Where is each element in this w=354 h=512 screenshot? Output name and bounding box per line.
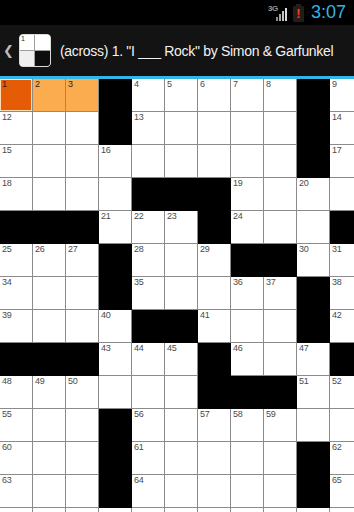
- grid-cell-r4c11[interactable]: [330, 178, 354, 211]
- grid-cell-r14c8[interactable]: [231, 508, 264, 512]
- grid-cell-r1c10-block: [297, 79, 330, 112]
- grid-cell-r2c1[interactable]: 12: [0, 112, 33, 145]
- grid-cell-r5c8[interactable]: 24: [231, 211, 264, 244]
- clue-number: 28: [134, 245, 143, 254]
- grid-cell-r9c1-block: [0, 343, 33, 376]
- grid-cell-r4c3[interactable]: [66, 178, 99, 211]
- clue-number: 13: [134, 113, 143, 122]
- clue-number: 39: [2, 311, 11, 320]
- grid-cell-r3c5[interactable]: [132, 145, 165, 178]
- grid-cell-r3c7[interactable]: [198, 145, 231, 178]
- grid-cell-r14c9[interactable]: [264, 508, 297, 512]
- action-bar: ❮ 1 (across) 1. "I ___ Rock" by Simon & …: [0, 25, 354, 76]
- grid-cell-r8c9[interactable]: [264, 310, 297, 343]
- clue-number: 4: [134, 80, 139, 89]
- grid-cell-r6c10[interactable]: 30: [297, 244, 330, 277]
- grid-cell-r6c6[interactable]: [165, 244, 198, 277]
- clue-number: 50: [68, 377, 77, 386]
- grid-cell-r12c4-block: [99, 442, 132, 475]
- grid-cell-r7c1[interactable]: 34: [0, 277, 33, 310]
- grid-cell-r11c11[interactable]: [330, 409, 354, 442]
- grid-cell-r13c4-block: [99, 475, 132, 508]
- clue-number: 58: [233, 410, 242, 419]
- clue-number: 60: [2, 443, 11, 452]
- grid-cell-r11c3[interactable]: [66, 409, 99, 442]
- status-bar-clock: 3:07: [309, 0, 350, 25]
- clue-number: 30: [299, 245, 308, 254]
- clue-number: 24: [233, 212, 242, 221]
- grid-cell-r4c6-block: [165, 178, 198, 211]
- grid-cell-r5c6[interactable]: 23: [165, 211, 198, 244]
- clue-number: 56: [134, 410, 143, 419]
- grid-cell-r14c7[interactable]: [198, 508, 231, 512]
- grid-cell-r14c10[interactable]: [297, 508, 330, 512]
- clue-number: 16: [101, 146, 110, 155]
- grid-cell-r9c6[interactable]: 45: [165, 343, 198, 376]
- grid-cell-r14c3[interactable]: [66, 508, 99, 512]
- status-bar: 3G ! 3:07: [0, 0, 354, 25]
- battery-alert-glyph: !: [296, 7, 300, 20]
- grid-cell-r13c1[interactable]: 63: [0, 475, 33, 508]
- grid-cell-r3c11[interactable]: 17: [330, 145, 354, 178]
- grid-cell-r14c6[interactable]: [165, 508, 198, 512]
- clue-number: 1: [2, 80, 7, 89]
- grid-cell-r5c11-block: [330, 211, 354, 244]
- back-chevron-icon[interactable]: ❮: [2, 43, 17, 58]
- grid-cell-r5c3-block: [66, 211, 99, 244]
- grid-cell-r14c1[interactable]: [0, 508, 33, 512]
- grid-cell-r1c8[interactable]: 7: [231, 79, 264, 112]
- grid-cell-r6c5[interactable]: 28: [132, 244, 165, 277]
- clue-number: 14: [332, 113, 341, 122]
- grid-cell-r13c9[interactable]: [264, 475, 297, 508]
- clue-number: 47: [299, 344, 308, 353]
- clue-number: 5: [167, 80, 172, 89]
- grid-cell-r12c8[interactable]: [231, 442, 264, 475]
- grid-cell-r4c4[interactable]: [99, 178, 132, 211]
- grid-cell-r2c4-block: [99, 112, 132, 145]
- grid-cell-r5c4[interactable]: 21: [99, 211, 132, 244]
- android-screen: 3G ! 3:07 ❮ 1 (across) 1. "I ___ Rock" b…: [0, 0, 354, 512]
- clue-number: 29: [200, 245, 209, 254]
- grid-cell-r4c10[interactable]: 20: [297, 178, 330, 211]
- grid-cell-r10c10[interactable]: 51: [297, 376, 330, 409]
- clue-number: 40: [101, 311, 110, 320]
- grid-cell-r5c1-block: [0, 211, 33, 244]
- grid-cell-r5c7-block: [198, 211, 231, 244]
- grid-cell-r12c11[interactable]: 62: [330, 442, 354, 475]
- grid-cell-r4c5-block: [132, 178, 165, 211]
- clue-number: 44: [134, 344, 143, 353]
- grid-cell-r7c4-block: [99, 277, 132, 310]
- current-clue-text: (across) 1. "I ___ Rock" by Simon & Garf…: [60, 43, 333, 59]
- grid-cell-r9c9[interactable]: [264, 343, 297, 376]
- clue-number: 36: [233, 278, 242, 287]
- grid-cell-r12c7[interactable]: [198, 442, 231, 475]
- clue-number: 31: [332, 245, 341, 254]
- grid-cell-r3c9[interactable]: [264, 145, 297, 178]
- grid-cell-r9c11-block: [330, 343, 354, 376]
- grid-cell-r11c7[interactable]: 57: [198, 409, 231, 442]
- grid-cell-r3c10-block: [297, 145, 330, 178]
- grid-cell-r10c11[interactable]: 52: [330, 376, 354, 409]
- clue-number: 57: [200, 410, 209, 419]
- clue-number: 51: [299, 377, 308, 386]
- grid-cell-r13c5[interactable]: 64: [132, 475, 165, 508]
- grid-cell-r11c8[interactable]: 58: [231, 409, 264, 442]
- grid-cell-r13c7[interactable]: [198, 475, 231, 508]
- battery-low-icon: !: [293, 3, 304, 23]
- clue-number: 17: [332, 146, 341, 155]
- crossword-grid[interactable]: 1234567891213141516171819202122232425262…: [0, 79, 354, 512]
- grid-cell-r2c6[interactable]: [165, 112, 198, 145]
- grid-cell-r11c6[interactable]: [165, 409, 198, 442]
- grid-cell-r7c8[interactable]: 36: [231, 277, 264, 310]
- grid-cell-r10c6[interactable]: [165, 376, 198, 409]
- grid-cell-r14c4[interactable]: [99, 508, 132, 512]
- grid-cell-r6c11[interactable]: 31: [330, 244, 354, 277]
- clue-number: 2: [35, 80, 40, 89]
- grid-cell-r10c3[interactable]: 50: [66, 376, 99, 409]
- app-icon-numbered-cell: 1: [20, 35, 35, 51]
- cell-signal-icon: 3G: [268, 4, 288, 22]
- clue-number: 65: [332, 476, 341, 485]
- clue-number: 3: [68, 80, 73, 89]
- grid-cell-r3c3[interactable]: [66, 145, 99, 178]
- grid-cell-r6c4-block: [99, 244, 132, 277]
- grid-cell-r9c3-block: [66, 343, 99, 376]
- grid-cell-r8c11[interactable]: 42: [330, 310, 354, 343]
- grid-cell-r13c11[interactable]: 65: [330, 475, 354, 508]
- clue-number: 23: [167, 212, 176, 221]
- grid-cell-r11c5[interactable]: 56: [132, 409, 165, 442]
- grid-cell-r10c8-block: [231, 376, 264, 409]
- clue-number: 20: [299, 179, 308, 188]
- clue-number: 59: [266, 410, 275, 419]
- grid-cell-r14c5[interactable]: [132, 508, 165, 512]
- grid-cell-r13c10-block: [297, 475, 330, 508]
- grid-cell-r10c9-block: [264, 376, 297, 409]
- clue-number: 48: [2, 377, 11, 386]
- clue-number: 34: [2, 278, 11, 287]
- grid-cell-r10c7-block: [198, 376, 231, 409]
- grid-cell-r7c9[interactable]: 37: [264, 277, 297, 310]
- clue-number: 49: [35, 377, 44, 386]
- clue-number: 19: [233, 179, 242, 188]
- grid-cell-r8c7[interactable]: 41: [198, 310, 231, 343]
- grid-cell-r5c2-block: [33, 211, 66, 244]
- clue-number: 52: [332, 377, 341, 386]
- clue-number: 45: [167, 344, 176, 353]
- grid-cell-r8c1[interactable]: 39: [0, 310, 33, 343]
- grid-cell-r11c9[interactable]: 59: [264, 409, 297, 442]
- grid-cell-r6c9-block: [264, 244, 297, 277]
- clue-number: 61: [134, 443, 143, 452]
- grid-cell-r6c8-block: [231, 244, 264, 277]
- clue-number: 63: [2, 476, 11, 485]
- grid-cell-r7c3[interactable]: [66, 277, 99, 310]
- clue-number: 6: [200, 80, 205, 89]
- grid-cell-r10c4[interactable]: [99, 376, 132, 409]
- clue-number: 27: [68, 245, 77, 254]
- grid-cell-r6c7[interactable]: 29: [198, 244, 231, 277]
- grid-cell-r3c2[interactable]: [33, 145, 66, 178]
- grid-cell-r7c5[interactable]: 35: [132, 277, 165, 310]
- grid-cell-r2c5[interactable]: 13: [132, 112, 165, 145]
- grid-cell-r3c1[interactable]: 15: [0, 145, 33, 178]
- grid-cell-r3c6[interactable]: [165, 145, 198, 178]
- clue-number: 35: [134, 278, 143, 287]
- grid-cell-r12c10-block: [297, 442, 330, 475]
- grid-cell-r5c10[interactable]: [297, 211, 330, 244]
- grid-cell-r2c11[interactable]: 14: [330, 112, 354, 145]
- grid-cell-r12c2[interactable]: [33, 442, 66, 475]
- grid-cell-r1c5[interactable]: 4: [132, 79, 165, 112]
- grid-cell-r6c2[interactable]: 26: [33, 244, 66, 277]
- clue-number: 25: [2, 245, 11, 254]
- clue-number: 26: [35, 245, 44, 254]
- clue-number: 21: [101, 212, 110, 221]
- grid-cell-r10c2[interactable]: 49: [33, 376, 66, 409]
- grid-cell-r10c5[interactable]: [132, 376, 165, 409]
- clue-number: 22: [134, 212, 143, 221]
- grid-cell-r13c3[interactable]: [66, 475, 99, 508]
- grid-cell-r9c7-block: [198, 343, 231, 376]
- clue-number: 46: [233, 344, 242, 353]
- grid-cell-r12c1[interactable]: 60: [0, 442, 33, 475]
- clue-number: 62: [332, 443, 341, 452]
- grid-cell-r1c6[interactable]: 5: [165, 79, 198, 112]
- grid-cell-r2c10-block: [297, 112, 330, 145]
- grid-cell-r12c5[interactable]: 61: [132, 442, 165, 475]
- clue-number: 8: [266, 80, 271, 89]
- clue-number: 7: [233, 80, 238, 89]
- grid-cell-r13c6[interactable]: [165, 475, 198, 508]
- clue-number: 43: [101, 344, 110, 353]
- grid-cell-r8c10-block: [297, 310, 330, 343]
- grid-cell-r4c1[interactable]: 18: [0, 178, 33, 211]
- grid-cell-r11c4-block: [99, 409, 132, 442]
- grid-cell-r1c1[interactable]: 1: [0, 79, 33, 112]
- clue-number: 18: [2, 179, 11, 188]
- grid-cell-r5c9[interactable]: [264, 211, 297, 244]
- grid-cell-r4c7-block: [198, 178, 231, 211]
- signal-bars-icon: [276, 8, 287, 21]
- grid-cell-r11c10[interactable]: [297, 409, 330, 442]
- clue-number: 64: [134, 476, 143, 485]
- grid-cell-r14c11[interactable]: [330, 508, 354, 512]
- clue-number: 38: [332, 278, 341, 287]
- grid-cell-r8c4[interactable]: 40: [99, 310, 132, 343]
- grid-cell-r11c1[interactable]: 55: [0, 409, 33, 442]
- clue-number: 9: [332, 80, 337, 89]
- grid-cell-r9c8[interactable]: 46: [231, 343, 264, 376]
- grid-cell-r1c2[interactable]: 2: [33, 79, 66, 112]
- grid-cell-r7c7[interactable]: [198, 277, 231, 310]
- clue-number: 12: [2, 113, 11, 122]
- grid-cell-r7c2[interactable]: [33, 277, 66, 310]
- grid-cell-r1c7[interactable]: 6: [198, 79, 231, 112]
- grid-cell-r12c9[interactable]: [264, 442, 297, 475]
- grid-cell-r6c1[interactable]: 25: [0, 244, 33, 277]
- grid-cell-r8c2[interactable]: [33, 310, 66, 343]
- grid-cell-r8c8[interactable]: [231, 310, 264, 343]
- grid-cell-r12c3[interactable]: [66, 442, 99, 475]
- grid-cell-r2c7[interactable]: [198, 112, 231, 145]
- clue-number: 37: [266, 278, 275, 287]
- grid-cell-r9c5[interactable]: 44: [132, 343, 165, 376]
- grid-cell-r2c2[interactable]: [33, 112, 66, 145]
- grid-cell-r3c4[interactable]: 16: [99, 145, 132, 178]
- grid-cell-r11c2[interactable]: [33, 409, 66, 442]
- grid-cell-r2c3[interactable]: [66, 112, 99, 145]
- grid-cell-r7c6[interactable]: [165, 277, 198, 310]
- grid-cell-r4c2[interactable]: [33, 178, 66, 211]
- grid-cell-r14c2[interactable]: [33, 508, 66, 512]
- crossword-app-icon[interactable]: 1: [19, 34, 51, 67]
- grid-cell-r13c8[interactable]: [231, 475, 264, 508]
- grid-cell-r4c9[interactable]: [264, 178, 297, 211]
- clue-number: 42: [332, 311, 341, 320]
- grid-cell-r1c3[interactable]: 3: [66, 79, 99, 112]
- grid-cell-r8c5-block: [132, 310, 165, 343]
- grid-cell-r1c11[interactable]: 9: [330, 79, 354, 112]
- grid-cell-r10c1[interactable]: 48: [0, 376, 33, 409]
- grid-cell-r9c4[interactable]: 43: [99, 343, 132, 376]
- grid-cell-r6c3[interactable]: 27: [66, 244, 99, 277]
- grid-cell-r4c8[interactable]: 19: [231, 178, 264, 211]
- grid-cell-r1c4-block: [99, 79, 132, 112]
- grid-cell-r2c8[interactable]: [231, 112, 264, 145]
- grid-cell-r7c11[interactable]: 38: [330, 277, 354, 310]
- grid-cell-r8c3[interactable]: [66, 310, 99, 343]
- grid-cell-r1c9[interactable]: 8: [264, 79, 297, 112]
- grid-cell-r8c6-block: [165, 310, 198, 343]
- clue-number: 41: [200, 311, 209, 320]
- grid-cell-r9c10[interactable]: 47: [297, 343, 330, 376]
- grid-cell-r5c5[interactable]: 22: [132, 211, 165, 244]
- grid-cell-r12c6[interactable]: [165, 442, 198, 475]
- grid-cell-r3c8[interactable]: [231, 145, 264, 178]
- grid-cell-r9c2-block: [33, 343, 66, 376]
- grid-cell-r7c10-block: [297, 277, 330, 310]
- app-icon-black-cell: [35, 51, 50, 67]
- clue-number: 15: [2, 146, 11, 155]
- grid-cell-r2c9[interactable]: [264, 112, 297, 145]
- clue-number: 55: [2, 410, 11, 419]
- grid-cell-r13c2[interactable]: [33, 475, 66, 508]
